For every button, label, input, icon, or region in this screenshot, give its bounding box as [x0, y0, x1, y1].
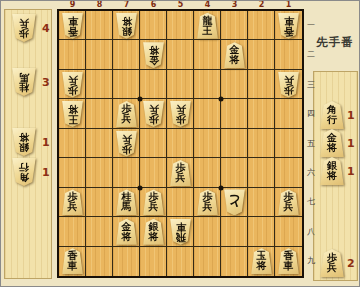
- board-cell[interactable]: [248, 158, 275, 187]
- piece-kanji: 龍王: [203, 16, 213, 36]
- piece-kanji: 歩兵: [284, 192, 294, 212]
- board-cell[interactable]: [248, 129, 275, 158]
- board-cell[interactable]: [167, 188, 194, 217]
- piece-kanji: 銀将: [149, 222, 159, 242]
- hoshi-dot: [138, 97, 143, 102]
- piece-kanji: 銀将: [122, 16, 132, 36]
- board-cell[interactable]: [59, 40, 86, 69]
- board-cell[interactable]: [59, 129, 86, 158]
- board-cell[interactable]: [221, 247, 248, 276]
- board-cell[interactable]: [86, 158, 113, 187]
- rank-label: 八: [305, 227, 317, 237]
- board-cell[interactable]: [140, 11, 167, 40]
- hand-count: 3: [42, 76, 50, 89]
- shogi-app: { "game": "shogi", "turn_indicator": "先手…: [0, 0, 360, 287]
- piece-kanji: 金将: [230, 45, 240, 65]
- piece-kanji: と: [227, 195, 241, 209]
- piece-kanji: 歩兵: [68, 75, 78, 95]
- board-cell[interactable]: [86, 247, 113, 276]
- rank-label: 七: [305, 197, 317, 207]
- piece-kanji: 飛車: [176, 222, 186, 242]
- board-cell[interactable]: [86, 40, 113, 69]
- piece-kanji: 歩兵: [327, 253, 337, 273]
- piece-kanji: 香車: [284, 16, 294, 36]
- hoshi-dot: [219, 185, 224, 190]
- board-cell[interactable]: [59, 158, 86, 187]
- file-label: 1: [281, 1, 297, 9]
- hand-count: 4: [42, 22, 50, 35]
- file-label: 2: [254, 1, 270, 9]
- file-label: 5: [173, 1, 189, 9]
- board-cell[interactable]: [167, 40, 194, 69]
- rank-label: 三: [305, 80, 317, 90]
- board-cell[interactable]: [167, 247, 194, 276]
- piece-kanji: 歩兵: [149, 192, 159, 212]
- rank-label: 五: [305, 139, 317, 149]
- board-cell[interactable]: [167, 129, 194, 158]
- piece-kanji: 歩兵: [149, 104, 159, 124]
- piece-kanji: 王将: [68, 104, 78, 124]
- piece-kanji: 歩兵: [122, 134, 132, 154]
- piece-kanji: 香車: [68, 16, 78, 36]
- board-cell[interactable]: [113, 40, 140, 69]
- rank-label: 四: [305, 109, 317, 119]
- rank-label: 九: [305, 256, 317, 266]
- board-cell[interactable]: [167, 11, 194, 40]
- board-cell[interactable]: [248, 99, 275, 128]
- file-label: 4: [200, 1, 216, 9]
- piece-kanji: 桂馬: [122, 192, 132, 212]
- board-cell[interactable]: [86, 188, 113, 217]
- board-cell[interactable]: [221, 99, 248, 128]
- board-cell[interactable]: [248, 11, 275, 40]
- board-cell[interactable]: [194, 40, 221, 69]
- hand-count: 1: [42, 166, 50, 179]
- piece-kanji: 歩兵: [284, 75, 294, 95]
- board-cell[interactable]: [86, 70, 113, 99]
- piece-kanji: 銀将: [19, 132, 29, 152]
- board-cell[interactable]: [167, 70, 194, 99]
- board-cell[interactable]: [140, 247, 167, 276]
- hoshi-dot: [219, 97, 224, 102]
- piece-kanji: 歩兵: [68, 192, 78, 212]
- piece-kanji: 歩兵: [19, 18, 29, 38]
- rank-label: 一: [305, 21, 317, 31]
- hand-count: 1: [347, 165, 355, 178]
- board-cell[interactable]: [275, 217, 302, 246]
- board-cell[interactable]: [113, 158, 140, 187]
- board-cell[interactable]: [140, 70, 167, 99]
- rank-label: 六: [305, 168, 317, 178]
- hand-count: 1: [347, 109, 355, 122]
- board-cell[interactable]: [194, 129, 221, 158]
- board-cell[interactable]: [248, 217, 275, 246]
- piece-kanji: 金将: [149, 45, 159, 65]
- piece-kanji: 角行: [327, 105, 337, 125]
- file-label: 6: [146, 1, 162, 9]
- board-cell[interactable]: [221, 70, 248, 99]
- board-cell[interactable]: [248, 70, 275, 99]
- piece-kanji: 玉将: [257, 251, 267, 271]
- file-label: 7: [119, 1, 135, 9]
- piece-kanji: 歩兵: [176, 163, 186, 183]
- turn-indicator: 先手番: [309, 35, 360, 50]
- piece-kanji: 金将: [327, 133, 337, 153]
- piece-kanji: 銀将: [327, 161, 337, 181]
- board-cell[interactable]: [248, 188, 275, 217]
- board-cell[interactable]: [113, 70, 140, 99]
- board-cell[interactable]: [59, 217, 86, 246]
- board-cell[interactable]: [221, 11, 248, 40]
- board-cell[interactable]: [194, 158, 221, 187]
- board-cell[interactable]: [275, 129, 302, 158]
- hoshi-dot: [138, 185, 143, 190]
- board-cell[interactable]: [275, 40, 302, 69]
- board-cell[interactable]: [248, 40, 275, 69]
- file-label: 9: [65, 1, 81, 9]
- piece-kanji: 歩兵: [122, 104, 132, 124]
- board-cell[interactable]: [86, 99, 113, 128]
- board-cell[interactable]: [221, 129, 248, 158]
- board-cell[interactable]: [86, 217, 113, 246]
- hand-count: 1: [42, 136, 50, 149]
- board-cell[interactable]: [113, 247, 140, 276]
- piece-kanji: 歩兵: [203, 192, 213, 212]
- hand-count: 1: [347, 137, 355, 150]
- piece-kanji: 香車: [284, 251, 294, 271]
- board-cell[interactable]: [194, 217, 221, 246]
- piece-kanji: 歩兵: [176, 104, 186, 124]
- board-cell[interactable]: [275, 99, 302, 128]
- piece-kanji: 金将: [122, 222, 132, 242]
- file-label: 8: [92, 1, 108, 9]
- board-cell[interactable]: [140, 129, 167, 158]
- board-cell[interactable]: [86, 11, 113, 40]
- piece-kanji: 香車: [68, 251, 78, 271]
- file-label: 3: [227, 1, 243, 9]
- rank-label: 二: [305, 50, 317, 60]
- board-cell[interactable]: [194, 70, 221, 99]
- board-cell[interactable]: [221, 158, 248, 187]
- board-cell[interactable]: [194, 247, 221, 276]
- hand-count: 2: [347, 257, 355, 270]
- board-cell[interactable]: [275, 158, 302, 187]
- board-cell[interactable]: [86, 129, 113, 158]
- board-cell[interactable]: [221, 217, 248, 246]
- piece-kanji: 桂馬: [19, 72, 29, 92]
- board-cell[interactable]: [140, 158, 167, 187]
- board-cell[interactable]: [194, 99, 221, 128]
- piece-kanji: 角行: [19, 162, 29, 182]
